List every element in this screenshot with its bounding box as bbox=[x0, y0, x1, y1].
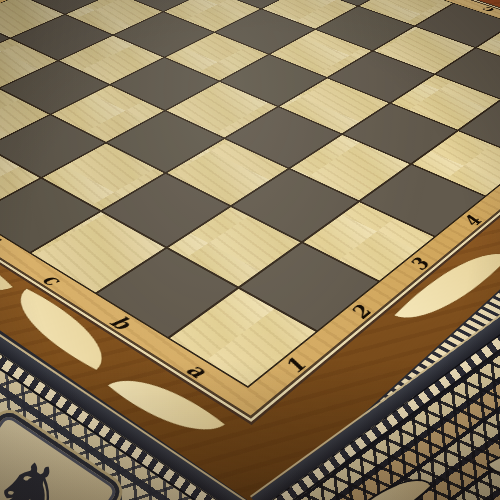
chessboard-photo: 11aa22bb33cc44dd55ee66ff77gg88hh ♞ bbox=[0, 0, 500, 500]
carved-leaf bbox=[342, 461, 430, 500]
carved-leaf bbox=[489, 414, 500, 495]
knight-icon: ♞ bbox=[0, 437, 91, 500]
